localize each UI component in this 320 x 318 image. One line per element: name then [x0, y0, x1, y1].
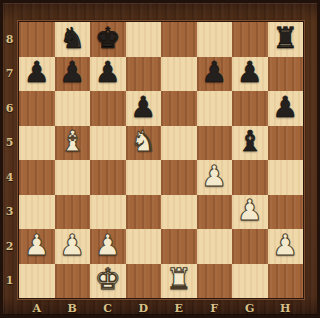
square-e1[interactable]: ♜ — [161, 264, 197, 299]
file-labels: ABCDEFGH — [19, 298, 303, 318]
square-c5[interactable] — [90, 126, 126, 161]
piece-white-bishop-b5[interactable]: ♝ — [59, 127, 85, 156]
square-a1[interactable] — [19, 264, 55, 299]
piece-black-pawn-b7[interactable]: ♟ — [59, 58, 85, 87]
square-a8[interactable] — [19, 22, 55, 57]
square-d5[interactable]: ♞ — [126, 126, 162, 161]
square-a4[interactable] — [19, 160, 55, 195]
square-g5[interactable]: ♝ — [232, 126, 268, 161]
file-label-b: B — [55, 298, 91, 318]
square-d8[interactable] — [126, 22, 162, 57]
square-g1[interactable] — [232, 264, 268, 299]
square-g4[interactable] — [232, 160, 268, 195]
square-h4[interactable] — [268, 160, 304, 195]
square-c7[interactable]: ♟ — [90, 57, 126, 92]
square-b4[interactable] — [55, 160, 91, 195]
chess-board: ♞♚♜♟♟♟♟♟♟♟♝♞♝♟♟♟♟♟♟♚♜ — [19, 22, 303, 298]
square-f3[interactable] — [197, 195, 233, 230]
piece-white-pawn-g3[interactable]: ♟ — [237, 196, 263, 225]
piece-black-pawn-h6[interactable]: ♟ — [272, 93, 298, 122]
square-h1[interactable] — [268, 264, 304, 299]
rank-label-6: 6 — [0, 91, 19, 126]
square-e3[interactable] — [161, 195, 197, 230]
rank-label-3: 3 — [0, 195, 19, 230]
square-g8[interactable] — [232, 22, 268, 57]
rank-label-1: 1 — [0, 264, 19, 299]
square-b3[interactable] — [55, 195, 91, 230]
square-d2[interactable] — [126, 229, 162, 264]
square-f7[interactable]: ♟ — [197, 57, 233, 92]
square-e8[interactable] — [161, 22, 197, 57]
square-f1[interactable] — [197, 264, 233, 299]
square-h3[interactable] — [268, 195, 304, 230]
square-c4[interactable] — [90, 160, 126, 195]
square-e6[interactable] — [161, 91, 197, 126]
square-c8[interactable]: ♚ — [90, 22, 126, 57]
square-h2[interactable]: ♟ — [268, 229, 304, 264]
rank-label-5: 5 — [0, 126, 19, 161]
square-f8[interactable] — [197, 22, 233, 57]
piece-white-rook-e1[interactable]: ♜ — [166, 265, 192, 294]
square-d3[interactable] — [126, 195, 162, 230]
square-d1[interactable] — [126, 264, 162, 299]
piece-white-king-c1[interactable]: ♚ — [95, 265, 121, 294]
rank-label-4: 4 — [0, 160, 19, 195]
piece-black-knight-b8[interactable]: ♞ — [59, 24, 85, 53]
square-e5[interactable] — [161, 126, 197, 161]
square-a2[interactable]: ♟ — [19, 229, 55, 264]
rank-label-8: 8 — [0, 22, 19, 57]
square-c1[interactable]: ♚ — [90, 264, 126, 299]
chessboard-widget: 87654321 ABCDEFGH ♞♚♜♟♟♟♟♟♟♟♝♞♝♟♟♟♟♟♟♚♜ — [0, 0, 320, 318]
square-g6[interactable] — [232, 91, 268, 126]
square-b6[interactable] — [55, 91, 91, 126]
square-f4[interactable]: ♟ — [197, 160, 233, 195]
piece-white-pawn-h2[interactable]: ♟ — [272, 231, 298, 260]
rank-labels: 87654321 — [0, 22, 19, 298]
square-f6[interactable] — [197, 91, 233, 126]
piece-black-pawn-d6[interactable]: ♟ — [130, 93, 156, 122]
square-a5[interactable] — [19, 126, 55, 161]
piece-white-pawn-f4[interactable]: ♟ — [201, 162, 227, 191]
square-c3[interactable] — [90, 195, 126, 230]
square-h8[interactable]: ♜ — [268, 22, 304, 57]
square-e7[interactable] — [161, 57, 197, 92]
square-a7[interactable]: ♟ — [19, 57, 55, 92]
square-g7[interactable]: ♟ — [232, 57, 268, 92]
piece-white-pawn-c2[interactable]: ♟ — [95, 231, 121, 260]
square-d6[interactable]: ♟ — [126, 91, 162, 126]
file-label-f: F — [197, 298, 233, 318]
square-g2[interactable] — [232, 229, 268, 264]
piece-black-pawn-g7[interactable]: ♟ — [237, 58, 263, 87]
square-b8[interactable]: ♞ — [55, 22, 91, 57]
piece-black-rook-h8[interactable]: ♜ — [272, 24, 298, 53]
square-d4[interactable] — [126, 160, 162, 195]
file-label-d: D — [126, 298, 162, 318]
square-e2[interactable] — [161, 229, 197, 264]
file-label-a: A — [19, 298, 55, 318]
piece-black-pawn-f7[interactable]: ♟ — [201, 58, 227, 87]
rank-label-2: 2 — [0, 229, 19, 264]
file-label-g: G — [232, 298, 268, 318]
square-c6[interactable] — [90, 91, 126, 126]
square-d7[interactable] — [126, 57, 162, 92]
square-h5[interactable] — [268, 126, 304, 161]
square-g3[interactable]: ♟ — [232, 195, 268, 230]
square-h6[interactable]: ♟ — [268, 91, 304, 126]
square-a6[interactable] — [19, 91, 55, 126]
piece-black-pawn-a7[interactable]: ♟ — [24, 58, 50, 87]
file-label-e: E — [161, 298, 197, 318]
square-h7[interactable] — [268, 57, 304, 92]
piece-black-king-c8[interactable]: ♚ — [95, 24, 121, 53]
square-f2[interactable] — [197, 229, 233, 264]
piece-white-pawn-a2[interactable]: ♟ — [24, 231, 50, 260]
file-label-c: C — [90, 298, 126, 318]
square-b2[interactable]: ♟ — [55, 229, 91, 264]
piece-white-knight-d5[interactable]: ♞ — [130, 127, 156, 156]
piece-white-pawn-b2[interactable]: ♟ — [59, 231, 85, 260]
square-f5[interactable] — [197, 126, 233, 161]
piece-black-pawn-c7[interactable]: ♟ — [95, 58, 121, 87]
piece-black-bishop-g5[interactable]: ♝ — [237, 127, 263, 156]
square-b1[interactable] — [55, 264, 91, 299]
square-b7[interactable]: ♟ — [55, 57, 91, 92]
square-b5[interactable]: ♝ — [55, 126, 91, 161]
square-a3[interactable] — [19, 195, 55, 230]
square-c2[interactable]: ♟ — [90, 229, 126, 264]
rank-label-7: 7 — [0, 57, 19, 92]
file-label-h: H — [268, 298, 304, 318]
square-e4[interactable] — [161, 160, 197, 195]
